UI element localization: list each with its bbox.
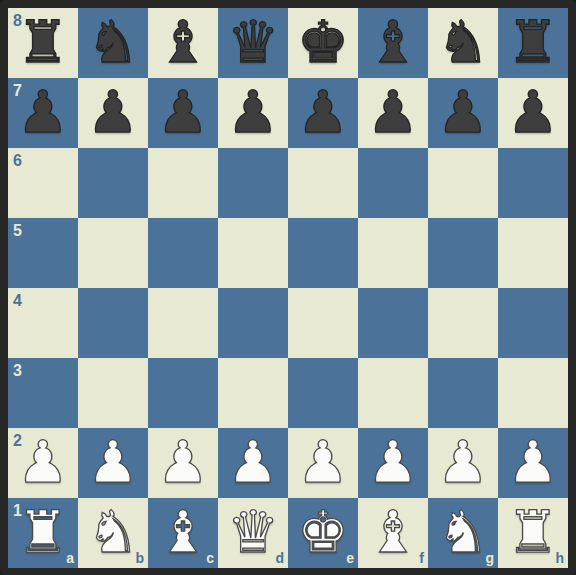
square-g5[interactable]	[428, 218, 498, 288]
square-b6[interactable]	[78, 148, 148, 218]
square-c3[interactable]	[148, 358, 218, 428]
piece-black-bishop-c8[interactable]: ♝	[148, 8, 218, 78]
square-c4[interactable]	[148, 288, 218, 358]
square-e1[interactable]: e♚	[288, 498, 358, 568]
chess-board-frame: 8♜♞♝♛♚♝♞♜7♟♟♟♟♟♟♟♟65432♟♟♟♟♟♟♟♟1a♜b♞c♝d♛…	[0, 0, 576, 575]
square-h4[interactable]	[498, 288, 568, 358]
piece-black-bishop-f8[interactable]: ♝	[358, 8, 428, 78]
piece-white-pawn-h2[interactable]: ♟	[498, 428, 568, 498]
piece-white-pawn-f2[interactable]: ♟	[358, 428, 428, 498]
piece-white-knight-g1[interactable]: ♞	[428, 498, 498, 568]
square-b7[interactable]: ♟	[78, 78, 148, 148]
square-e6[interactable]	[288, 148, 358, 218]
square-c5[interactable]	[148, 218, 218, 288]
square-h7[interactable]: ♟	[498, 78, 568, 148]
piece-black-king-e8[interactable]: ♚	[288, 8, 358, 78]
piece-white-knight-b1[interactable]: ♞	[78, 498, 148, 568]
square-e5[interactable]	[288, 218, 358, 288]
square-d4[interactable]	[218, 288, 288, 358]
square-a1[interactable]: 1a♜	[8, 498, 78, 568]
square-f4[interactable]	[358, 288, 428, 358]
piece-white-queen-d1[interactable]: ♛	[218, 498, 288, 568]
piece-white-bishop-f1[interactable]: ♝	[358, 498, 428, 568]
square-a4[interactable]: 4	[8, 288, 78, 358]
piece-black-pawn-b7[interactable]: ♟	[78, 78, 148, 148]
square-g1[interactable]: g♞	[428, 498, 498, 568]
piece-black-pawn-h7[interactable]: ♟	[498, 78, 568, 148]
square-b4[interactable]	[78, 288, 148, 358]
square-b5[interactable]	[78, 218, 148, 288]
piece-white-pawn-d2[interactable]: ♟	[218, 428, 288, 498]
square-f6[interactable]	[358, 148, 428, 218]
square-h2[interactable]: ♟	[498, 428, 568, 498]
square-c1[interactable]: c♝	[148, 498, 218, 568]
rank-label-5: 5	[13, 223, 22, 239]
square-a6[interactable]: 6	[8, 148, 78, 218]
square-e3[interactable]	[288, 358, 358, 428]
square-e7[interactable]: ♟	[288, 78, 358, 148]
square-e4[interactable]	[288, 288, 358, 358]
square-g7[interactable]: ♟	[428, 78, 498, 148]
square-c8[interactable]: ♝	[148, 8, 218, 78]
rank-label-6: 6	[13, 153, 22, 169]
square-f2[interactable]: ♟	[358, 428, 428, 498]
square-d6[interactable]	[218, 148, 288, 218]
square-f1[interactable]: f♝	[358, 498, 428, 568]
piece-white-pawn-b2[interactable]: ♟	[78, 428, 148, 498]
piece-black-queen-d8[interactable]: ♛	[218, 8, 288, 78]
square-g4[interactable]	[428, 288, 498, 358]
square-h5[interactable]	[498, 218, 568, 288]
square-g2[interactable]: ♟	[428, 428, 498, 498]
square-g8[interactable]: ♞	[428, 8, 498, 78]
square-d3[interactable]	[218, 358, 288, 428]
square-f3[interactable]	[358, 358, 428, 428]
square-b8[interactable]: ♞	[78, 8, 148, 78]
square-h1[interactable]: h♜	[498, 498, 568, 568]
piece-white-pawn-a2[interactable]: ♟	[8, 428, 78, 498]
square-c7[interactable]: ♟	[148, 78, 218, 148]
square-e8[interactable]: ♚	[288, 8, 358, 78]
piece-white-pawn-e2[interactable]: ♟	[288, 428, 358, 498]
piece-black-pawn-d7[interactable]: ♟	[218, 78, 288, 148]
piece-black-pawn-g7[interactable]: ♟	[428, 78, 498, 148]
square-d1[interactable]: d♛	[218, 498, 288, 568]
piece-black-pawn-c7[interactable]: ♟	[148, 78, 218, 148]
piece-black-pawn-f7[interactable]: ♟	[358, 78, 428, 148]
square-e2[interactable]: ♟	[288, 428, 358, 498]
square-f7[interactable]: ♟	[358, 78, 428, 148]
rank-label-3: 3	[13, 363, 22, 379]
square-h3[interactable]	[498, 358, 568, 428]
piece-white-bishop-c1[interactable]: ♝	[148, 498, 218, 568]
square-d7[interactable]: ♟	[218, 78, 288, 148]
square-g3[interactable]	[428, 358, 498, 428]
square-c6[interactable]	[148, 148, 218, 218]
square-c2[interactable]: ♟	[148, 428, 218, 498]
square-a7[interactable]: 7♟	[8, 78, 78, 148]
square-f5[interactable]	[358, 218, 428, 288]
piece-black-rook-a8[interactable]: ♜	[8, 8, 78, 78]
square-d2[interactable]: ♟	[218, 428, 288, 498]
square-g6[interactable]	[428, 148, 498, 218]
piece-white-rook-a1[interactable]: ♜	[8, 498, 78, 568]
piece-white-rook-h1[interactable]: ♜	[498, 498, 568, 568]
piece-black-pawn-e7[interactable]: ♟	[288, 78, 358, 148]
piece-white-pawn-g2[interactable]: ♟	[428, 428, 498, 498]
piece-white-king-e1[interactable]: ♚	[288, 498, 358, 568]
square-d8[interactable]: ♛	[218, 8, 288, 78]
piece-black-knight-b8[interactable]: ♞	[78, 8, 148, 78]
square-d5[interactable]	[218, 218, 288, 288]
square-a3[interactable]: 3	[8, 358, 78, 428]
square-b3[interactable]	[78, 358, 148, 428]
piece-black-knight-g8[interactable]: ♞	[428, 8, 498, 78]
square-h6[interactable]	[498, 148, 568, 218]
square-h8[interactable]: ♜	[498, 8, 568, 78]
piece-black-pawn-a7[interactable]: ♟	[8, 78, 78, 148]
square-b2[interactable]: ♟	[78, 428, 148, 498]
piece-black-rook-h8[interactable]: ♜	[498, 8, 568, 78]
chess-board: 8♜♞♝♛♚♝♞♜7♟♟♟♟♟♟♟♟65432♟♟♟♟♟♟♟♟1a♜b♞c♝d♛…	[8, 8, 568, 568]
square-a8[interactable]: 8♜	[8, 8, 78, 78]
rank-label-4: 4	[13, 293, 22, 309]
square-f8[interactable]: ♝	[358, 8, 428, 78]
piece-white-pawn-c2[interactable]: ♟	[148, 428, 218, 498]
square-b1[interactable]: b♞	[78, 498, 148, 568]
square-a5[interactable]: 5	[8, 218, 78, 288]
square-a2[interactable]: 2♟	[8, 428, 78, 498]
